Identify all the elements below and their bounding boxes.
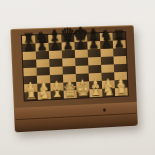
square-a1: ♜: [24, 92, 37, 101]
square-h1: ♜: [115, 88, 128, 97]
photo-scene: ♜♞♝♛♚♝♞♜♟♟♟♟♟♟♟♟♟♟♟♟♟♟♟♟♜♞♝♛♚♝♞♜: [0, 0, 155, 155]
square-g1: ♞: [102, 88, 115, 97]
square-f1: ♝: [89, 89, 102, 98]
chess-box: ♜♞♝♛♚♝♞♜♟♟♟♟♟♟♟♟♟♟♟♟♟♟♟♟♜♞♝♛♚♝♞♜: [10, 25, 137, 132]
box-lid-top-face: ♜♞♝♛♚♝♞♜♟♟♟♟♟♟♟♟♟♟♟♟♟♟♟♟♜♞♝♛♚♝♞♜: [10, 25, 136, 108]
square-b1: ♞: [38, 91, 51, 100]
box-lid-seam: [15, 113, 136, 120]
square-d1: ♛: [64, 90, 77, 99]
box-front-face: [14, 102, 138, 132]
square-c1: ♝: [51, 91, 64, 100]
chess-board: ♜♞♝♛♚♝♞♜♟♟♟♟♟♟♟♟♟♟♟♟♟♟♟♟♜♞♝♛♚♝♞♜: [22, 32, 128, 100]
keyhole: [103, 108, 106, 111]
square-e1: ♚: [77, 89, 90, 98]
